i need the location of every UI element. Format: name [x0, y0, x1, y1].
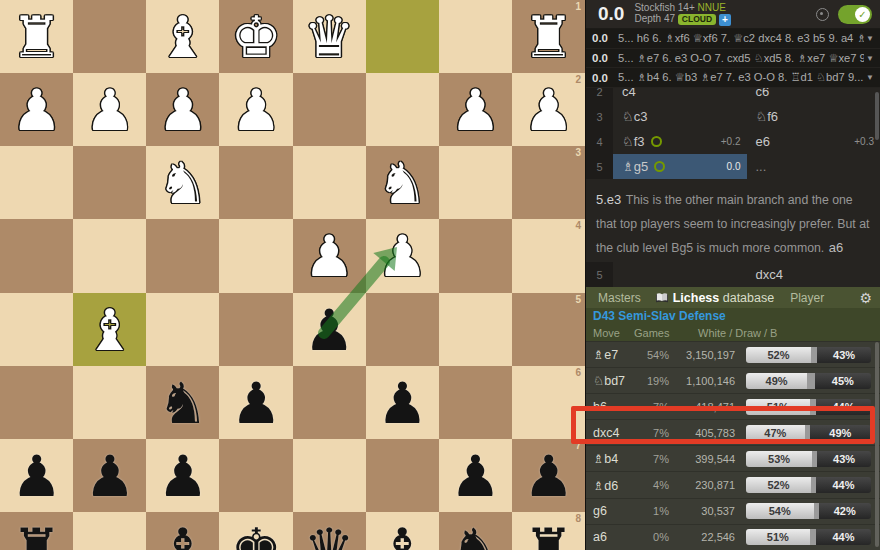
gear-icon[interactable]: ⚙: [859, 291, 872, 305]
square-d6[interactable]: [293, 366, 366, 439]
square-b3[interactable]: [439, 146, 512, 219]
piece-wP-g2[interactable]: ♟: [73, 73, 146, 146]
square-e8[interactable]: ♚: [219, 512, 292, 550]
black-wins-segment: 45%: [815, 373, 871, 389]
square-h3[interactable]: [0, 146, 73, 219]
square-c3[interactable]: ♞: [366, 146, 439, 219]
comment-move[interactable]: 5.e3: [596, 192, 621, 207]
chess-board[interactable]: ♜♝♚♛1♜♟♟♟♟♟2♟♞♞3♟♟4♝♟5♞♟♟6♟♟♟♟7♟♜♝♚♛♝♞8♜: [0, 0, 585, 550]
square-c5[interactable]: [366, 293, 439, 366]
square-f1[interactable]: ♝: [146, 0, 219, 73]
piece-bP-c6[interactable]: ♟: [366, 366, 439, 439]
piece-wQ-d1[interactable]: ♛: [293, 0, 366, 73]
piece-wN-f3[interactable]: ♞: [146, 146, 219, 219]
black-wins-segment: 43%: [817, 451, 871, 467]
plus-badge[interactable]: +: [719, 14, 731, 26]
pv-expand-icon[interactable]: ▼: [864, 73, 874, 82]
rank-label-4: 4: [575, 221, 581, 231]
explorer-row-♗b4[interactable]: ♗b47%399,54453%43%: [586, 445, 880, 471]
result-bar: 54%42%: [746, 503, 871, 519]
square-g1[interactable]: [73, 0, 146, 73]
move-row-2: 2c4c6: [586, 88, 880, 104]
square-b7[interactable]: ♟: [439, 439, 512, 512]
piece-wP-f2[interactable]: ♟: [146, 73, 219, 146]
move-number: 3: [586, 104, 613, 129]
piece-wP-b2[interactable]: ♟: [439, 73, 512, 146]
square-a1[interactable]: 1♜: [512, 0, 585, 73]
white-wins-segment: 47%: [746, 425, 805, 441]
explorer-row-dxc4[interactable]: dxc47%405,78347%49%: [586, 419, 880, 445]
piece-bP-h7[interactable]: ♟: [0, 439, 73, 512]
explorer-games: 30,537: [669, 505, 735, 517]
black-move-c6[interactable]: c6: [747, 88, 880, 104]
square-b4[interactable]: [439, 219, 512, 292]
move-number: 2: [586, 88, 613, 104]
black-wins-segment: 44%: [816, 529, 871, 545]
pv-eval: 0.0: [592, 52, 618, 64]
piece-bR-h8[interactable]: ♜: [0, 512, 73, 550]
black-wins-segment: 49%: [810, 425, 871, 441]
result-bar: 53%43%: [746, 451, 871, 467]
nnue-label: NNUE: [698, 2, 726, 13]
explorer-pct: 7%: [637, 427, 669, 439]
square-g3[interactable]: [73, 146, 146, 219]
white-move-♘f3[interactable]: ♘f3+0.2: [613, 129, 747, 154]
square-d5[interactable]: ♟: [293, 293, 366, 366]
square-a2[interactable]: 2♟: [512, 73, 585, 146]
move-number: 5: [586, 154, 613, 179]
explorer-column-headers: Move Games White / Draw / B: [586, 325, 880, 341]
piece-bP-e6[interactable]: ♟: [219, 366, 292, 439]
square-g8[interactable]: [73, 512, 146, 550]
piece-wP-d4[interactable]: ♟: [293, 219, 366, 292]
explorer-move: a6: [586, 530, 637, 544]
black-wins-segment: 44%: [816, 399, 871, 415]
white-wins-segment: 51%: [746, 399, 810, 415]
pv-line-2[interactable]: 0.05... ♗e7 6. e3 O-O 7. cxd5 ♘xd5 8. ♗x…: [586, 49, 880, 69]
square-f4[interactable]: [146, 219, 219, 292]
explorer-scrollbar[interactable]: [875, 342, 879, 547]
white-move-♘c3[interactable]: ♘c3: [613, 104, 747, 129]
piece-bP-g7[interactable]: ♟: [73, 439, 146, 512]
engine-header: 0.0 Stockfish 14+ NNUE Depth 47 CLOUD+ ✓: [586, 0, 880, 29]
pv-line-3[interactable]: 0.05... ♗b4 6. ♕b3 ♗e7 7. e3 O-O 8. ♖d1 …: [586, 68, 880, 88]
explorer-move: ♗e7: [586, 347, 637, 362]
move-row-5-continuation: 5 dxc4: [586, 262, 880, 287]
square-b2[interactable]: ♟: [439, 73, 512, 146]
piece-bB-c8[interactable]: ♝: [366, 512, 439, 550]
move-eval: 0.0: [727, 161, 741, 172]
white-move-♗g5[interactable]: ♗g50.0: [613, 154, 747, 179]
book-icon: [655, 292, 669, 304]
square-h4[interactable]: [0, 219, 73, 292]
square-h6[interactable]: [0, 366, 73, 439]
square-d4[interactable]: ♟: [293, 219, 366, 292]
black-wins-segment: 42%: [819, 503, 872, 519]
explorer-pct: 54%: [637, 349, 669, 361]
square-e3[interactable]: [219, 146, 292, 219]
black-move-...[interactable]: ...: [747, 154, 880, 179]
square-a7[interactable]: 7♟: [512, 439, 585, 512]
white-wins-segment: 52%: [746, 347, 811, 363]
white-move-c4[interactable]: c4: [613, 88, 747, 104]
square-b5[interactable]: [439, 293, 512, 366]
square-b6[interactable]: [439, 366, 512, 439]
explorer-move: g6: [586, 504, 637, 518]
explorer-games: 405,783: [669, 427, 735, 439]
piece-wB-f1[interactable]: ♝: [146, 0, 219, 73]
move-list-rows: 2c4c63♘c3♘f64♘f3+0.2e6+0.35♗g50.0...: [586, 88, 880, 179]
explorer-move: ♘bd7: [586, 373, 637, 388]
square-c2[interactable]: [366, 73, 439, 146]
square-d8[interactable]: ♛: [293, 512, 366, 550]
engine-eval: 0.0: [598, 3, 624, 25]
explorer-games: 22,546: [669, 531, 735, 543]
black-wins-segment: 44%: [816, 477, 871, 493]
square-h7[interactable]: ♟: [0, 439, 73, 512]
pv-eval: 0.0: [592, 32, 618, 44]
square-d3[interactable]: [293, 146, 366, 219]
piece-bP-a7[interactable]: ♟: [512, 439, 585, 512]
tab-player[interactable]: Player: [786, 291, 828, 305]
result-bar: 52%43%: [746, 347, 871, 363]
square-a8[interactable]: 8♜: [512, 512, 585, 550]
annotation-comment: 5.e3 This is the other main branch and t…: [586, 182, 880, 262]
explorer-games: 418,471: [669, 401, 735, 413]
explorer-row-h6[interactable]: h67%418,47151%44%: [586, 393, 880, 419]
piece-bN-b8[interactable]: ♞: [439, 512, 512, 550]
square-h1[interactable]: ♜: [0, 0, 73, 73]
explorer-row-♗e7[interactable]: ♗e754%3,150,19752%43%: [586, 341, 880, 367]
white-wins-segment: 54%: [746, 503, 814, 519]
square-h5[interactable]: [0, 293, 73, 366]
piece-wP-e2[interactable]: ♟: [219, 73, 292, 146]
white-move-cell[interactable]: [613, 262, 747, 287]
explorer-games: 1,100,146: [669, 375, 735, 387]
draw-segment: [807, 373, 815, 389]
square-b1[interactable]: [439, 0, 512, 73]
rank-label-7: 7: [575, 441, 581, 451]
square-b8[interactable]: ♞: [439, 512, 512, 550]
explorer-move: ♗b4: [586, 451, 637, 466]
pv-moves: 5... ♗b4 6. ♕b3 ♗e7 7. e3 O-O 8. ♖d1 ♘bd…: [618, 71, 864, 84]
black-move-♘f6[interactable]: ♘f6: [747, 104, 880, 129]
square-g2[interactable]: ♟: [73, 73, 146, 146]
square-g5[interactable]: ♝: [73, 293, 146, 366]
explorer-tabs: Masters Lichess database Player ⚙: [586, 287, 880, 308]
square-a3[interactable]: 3: [512, 146, 585, 219]
explorer-pct: 4%: [637, 479, 669, 491]
square-d7[interactable]: [293, 439, 366, 512]
col-move: Move: [586, 327, 634, 339]
toggle-check-icon: ✓: [855, 7, 870, 22]
result-bar: 51%44%: [746, 529, 871, 545]
piece-bR-a8[interactable]: ♜: [512, 512, 585, 550]
square-f8[interactable]: ♝: [146, 512, 219, 550]
result-bar: 52%44%: [746, 477, 871, 493]
practice-target-icon[interactable]: [816, 8, 829, 21]
explorer-games: 230,871: [669, 479, 735, 491]
pv-expand-icon[interactable]: ▼: [864, 54, 874, 63]
col-games: Games: [634, 327, 698, 339]
piece-bP-d5[interactable]: ♟: [293, 293, 366, 366]
move-list: 2c4c63♘c3♘f64♘f3+0.2e6+0.35♗g50.0...: [586, 88, 880, 182]
piece-wK-e1[interactable]: ♚: [219, 0, 292, 73]
square-c6[interactable]: ♟: [366, 366, 439, 439]
rank-label-5: 5: [575, 295, 581, 305]
rank-label-1: 1: [575, 2, 581, 12]
engine-pv-lines: 0.05... h6 6. ♗xf6 ♕xf6 7. ♕c2 dxc4 8. e…: [586, 29, 880, 88]
black-move-cell[interactable]: dxc4: [747, 262, 880, 287]
square-e6[interactable]: ♟: [219, 366, 292, 439]
piece-bN-f6[interactable]: ♞: [146, 366, 219, 439]
square-a6[interactable]: 6: [512, 366, 585, 439]
piece-bK-e8[interactable]: ♚: [219, 512, 292, 550]
explorer-move: ♗d6: [586, 478, 637, 493]
pv-moves: 5... h6 6. ♗xf6 ♕xf6 7. ♕c2 dxc4 8. e3 b…: [618, 32, 864, 45]
opening-name-link[interactable]: D43 Semi-Slav Defense: [586, 308, 880, 325]
square-c1[interactable]: [366, 0, 439, 73]
tab-lichess-database[interactable]: Lichess database: [673, 291, 774, 305]
rank-label-6: 6: [575, 368, 581, 378]
square-c8[interactable]: ♝: [366, 512, 439, 550]
rank-label-3: 3: [575, 148, 581, 158]
square-a5[interactable]: 5: [512, 293, 585, 366]
result-bar: 51%44%: [746, 399, 871, 415]
result-bar: 47%49%: [746, 425, 871, 441]
piece-bQ-d8[interactable]: ♛: [293, 512, 366, 550]
square-f7[interactable]: ♟: [146, 439, 219, 512]
rank-label-2: 2: [575, 75, 581, 85]
engine-depth: Depth 47: [634, 13, 675, 24]
tab-masters[interactable]: Masters: [594, 291, 645, 305]
square-e4[interactable]: [219, 219, 292, 292]
pv-eval: 0.0: [592, 72, 618, 84]
square-d1[interactable]: ♛: [293, 0, 366, 73]
piece-wP-h2[interactable]: ♟: [0, 73, 73, 146]
piece-wP-a2[interactable]: ♟: [512, 73, 585, 146]
explorer-row-♘bd7[interactable]: ♘bd719%1,100,14649%45%: [586, 367, 880, 393]
engine-name: Stockfish 14+: [634, 2, 694, 13]
good-move-ring-icon: [651, 136, 662, 147]
move-eval: +0.3: [854, 136, 874, 147]
piece-wR-h1[interactable]: ♜: [0, 0, 73, 73]
piece-bP-b7[interactable]: ♟: [439, 439, 512, 512]
square-f5[interactable]: [146, 293, 219, 366]
piece-wP-c4[interactable]: ♟: [366, 219, 439, 292]
square-e7[interactable]: [219, 439, 292, 512]
move-list-scrollbar[interactable]: [875, 92, 879, 140]
square-e2[interactable]: ♟: [219, 73, 292, 146]
explorer-move: dxc4: [586, 426, 637, 440]
piece-wR-a1[interactable]: ♜: [512, 0, 585, 73]
white-wins-segment: 53%: [746, 451, 812, 467]
explorer-pct: 7%: [637, 401, 669, 413]
cloud-badge: CLOUD: [678, 14, 716, 25]
result-bar: 49%45%: [746, 373, 871, 389]
square-e5[interactable]: [219, 293, 292, 366]
square-f3[interactable]: ♞: [146, 146, 219, 219]
good-move-ring-icon: [654, 161, 665, 172]
engine-info: Stockfish 14+ NNUE Depth 47 CLOUD+: [634, 2, 731, 25]
pv-line-1[interactable]: 0.05... h6 6. ♗xf6 ♕xf6 7. ♕c2 dxc4 8. e…: [586, 29, 880, 49]
square-f6[interactable]: ♞: [146, 366, 219, 439]
square-h2[interactable]: ♟: [0, 73, 73, 146]
explorer-pct: 19%: [637, 375, 669, 387]
move-row-5: 5♗g50.0...: [586, 154, 880, 179]
move-row-4: 4♘f3+0.2e6+0.3: [586, 129, 880, 154]
explorer-pct: 7%: [637, 453, 669, 465]
col-result: White / Draw / B: [698, 327, 777, 339]
square-g6[interactable]: [73, 366, 146, 439]
explorer-pct: 0%: [637, 531, 669, 543]
square-d2[interactable]: [293, 73, 366, 146]
square-g4[interactable]: [73, 219, 146, 292]
pv-expand-icon[interactable]: ▼: [864, 34, 874, 43]
explorer-row-g6[interactable]: g61%30,53754%42%: [586, 498, 880, 524]
white-wins-segment: 49%: [746, 373, 807, 389]
square-h8[interactable]: ♜: [0, 512, 73, 550]
analysis-panel: 0.0 Stockfish 14+ NNUE Depth 47 CLOUD+ ✓…: [586, 0, 880, 550]
explorer-row-a6[interactable]: a60%22,54651%44%: [586, 524, 880, 550]
rank-label-8: 8: [575, 514, 581, 524]
piece-wB-g5[interactable]: ♝: [73, 293, 146, 366]
white-wins-segment: 51%: [746, 529, 810, 545]
piece-bP-f7[interactable]: ♟: [146, 439, 219, 512]
explorer-rows: ♗e754%3,150,19752%43%♘bd719%1,100,14649%…: [586, 341, 880, 550]
explorer-games: 3,150,197: [669, 349, 735, 361]
pv-moves: 5... ♗e7 6. e3 O-O 7. cxd5 ♘xd5 8. ♗xe7 …: [618, 52, 864, 65]
move-number: 4: [586, 129, 613, 154]
engine-toggle[interactable]: ✓: [838, 5, 872, 24]
square-e1[interactable]: ♚: [219, 0, 292, 73]
black-move-e6[interactable]: e6+0.3: [747, 129, 880, 154]
square-f2[interactable]: ♟: [146, 73, 219, 146]
explorer-games: 399,544: [669, 453, 735, 465]
black-wins-segment: 43%: [817, 347, 871, 363]
white-wins-segment: 52%: [746, 477, 811, 493]
explorer-row-♗d6[interactable]: ♗d64%230,87152%44%: [586, 471, 880, 497]
move-number: 5: [586, 262, 613, 287]
move-row-3: 3♘c3♘f6: [586, 104, 880, 129]
opening-explorer: Masters Lichess database Player ⚙ D43 Se…: [586, 287, 880, 550]
piece-bB-f8[interactable]: ♝: [146, 512, 219, 550]
square-c4[interactable]: ♟: [366, 219, 439, 292]
move-eval: +0.2: [721, 136, 741, 147]
explorer-pct: 1%: [637, 505, 669, 517]
piece-wN-c3[interactable]: ♞: [366, 146, 439, 219]
square-a4[interactable]: 4: [512, 219, 585, 292]
explorer-move: h6: [586, 400, 637, 414]
square-c7[interactable]: [366, 439, 439, 512]
square-g7[interactable]: ♟: [73, 439, 146, 512]
